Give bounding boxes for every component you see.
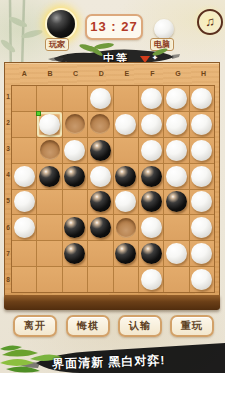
white-stone [191, 191, 212, 212]
column-label-E: E [121, 70, 133, 77]
white-stone [191, 140, 212, 161]
cell-H3[interactable] [190, 138, 214, 163]
cell-A4[interactable] [12, 164, 36, 189]
cell-A6[interactable] [12, 215, 36, 240]
cell-F3[interactable] [139, 138, 163, 163]
white-stone [166, 114, 187, 135]
leave-button[interactable]: 离开 [13, 315, 57, 337]
cell-A3[interactable] [12, 138, 36, 163]
cell-H2[interactable] [190, 112, 214, 137]
cell-F8[interactable] [139, 267, 163, 292]
black-stone [166, 191, 187, 212]
cell-C4[interactable] [63, 164, 87, 189]
cell-A5[interactable] [12, 190, 36, 215]
cell-H8[interactable] [190, 267, 214, 292]
cell-A2[interactable] [12, 112, 36, 137]
white-stone [141, 114, 162, 135]
white-stone [166, 243, 187, 264]
cell-C3[interactable] [63, 138, 87, 163]
cell-E5[interactable] [114, 190, 138, 215]
cell-F5[interactable] [139, 190, 163, 215]
sparkle-icon: ✦ [152, 54, 158, 62]
cell-D3[interactable] [88, 138, 112, 163]
game-screen: 玩家 13 : 27 电脑 ♫ 中等 ✦ [0, 0, 225, 400]
white-stone [191, 114, 212, 135]
cell-F2[interactable] [139, 112, 163, 137]
white-stone [191, 88, 212, 109]
cell-D1[interactable] [88, 86, 112, 111]
cell-A7[interactable] [12, 241, 36, 266]
cell-D7[interactable] [88, 241, 112, 266]
paper-background: 玩家 13 : 27 电脑 ♫ 中等 ✦ [0, 0, 225, 373]
cell-C7[interactable] [63, 241, 87, 266]
cell-B2[interactable] [37, 112, 61, 137]
cell-E3[interactable] [114, 138, 138, 163]
column-label-A: A [18, 70, 30, 77]
bottom-white-strip [0, 373, 225, 400]
white-stone [90, 166, 111, 187]
black-stone [90, 191, 111, 212]
legal-move-hint[interactable] [90, 114, 110, 134]
cell-A8[interactable] [12, 267, 36, 292]
cell-D6[interactable] [88, 215, 112, 240]
black-stone [64, 243, 85, 264]
cell-H1[interactable] [190, 86, 214, 111]
cell-E6[interactable] [114, 215, 138, 240]
cell-C1[interactable] [63, 86, 87, 111]
footer-banner: 界面清新 黑白对弈! [0, 341, 225, 373]
black-stone [64, 166, 85, 187]
white-stone [14, 217, 35, 238]
cell-G3[interactable] [164, 138, 188, 163]
cell-D4[interactable] [88, 164, 112, 189]
white-stone [141, 88, 162, 109]
cell-B8[interactable] [37, 267, 61, 292]
white-stone [191, 243, 212, 264]
black-stone [90, 140, 111, 161]
cell-F1[interactable] [139, 86, 163, 111]
computer-stone [154, 19, 174, 39]
white-stone [115, 191, 136, 212]
white-stone [14, 166, 35, 187]
black-stone [141, 166, 162, 187]
game-board: ABCDEFGH 12345678 [4, 62, 220, 310]
black-stone [64, 217, 85, 238]
cell-H6[interactable] [190, 215, 214, 240]
white-stone [191, 217, 212, 238]
cell-D5[interactable] [88, 190, 112, 215]
column-label-F: F [146, 70, 158, 77]
player-turn-stone [47, 10, 75, 38]
cell-B7[interactable] [37, 241, 61, 266]
column-label-B: B [44, 70, 56, 77]
music-icon[interactable]: ♫ [197, 9, 223, 35]
white-stone [191, 166, 212, 187]
cell-G8[interactable] [164, 267, 188, 292]
cell-B4[interactable] [37, 164, 61, 189]
cell-E2[interactable] [114, 112, 138, 137]
replay-button[interactable]: 重玩 [170, 315, 214, 337]
cell-B6[interactable] [37, 215, 61, 240]
white-stone [64, 140, 85, 161]
cell-F4[interactable] [139, 164, 163, 189]
cell-B5[interactable] [37, 190, 61, 215]
white-stone [90, 88, 111, 109]
cell-C2[interactable] [63, 112, 87, 137]
cell-H7[interactable] [190, 241, 214, 266]
white-stone [39, 114, 60, 135]
black-stone [115, 243, 136, 264]
cell-E4[interactable] [114, 164, 138, 189]
game-timer: 13 : 27 [85, 14, 143, 40]
column-label-D: D [95, 70, 107, 77]
white-stone [141, 217, 162, 238]
cell-D2[interactable] [88, 112, 112, 137]
cell-B3[interactable] [37, 138, 61, 163]
cell-F6[interactable] [139, 215, 163, 240]
cell-G2[interactable] [164, 112, 188, 137]
cell-D8[interactable] [88, 267, 112, 292]
undo-button[interactable]: 悔棋 [66, 315, 110, 337]
white-stone [166, 88, 187, 109]
cell-C6[interactable] [63, 215, 87, 240]
cell-H5[interactable] [190, 190, 214, 215]
cell-F7[interactable] [139, 241, 163, 266]
cell-G7[interactable] [164, 241, 188, 266]
cell-C8[interactable] [63, 267, 87, 292]
black-stone [115, 166, 136, 187]
black-stone [141, 243, 162, 264]
cell-H4[interactable] [190, 164, 214, 189]
white-stone [191, 269, 212, 290]
black-stone [141, 191, 162, 212]
white-stone [14, 191, 35, 212]
column-label-C: C [70, 70, 82, 77]
white-stone [115, 114, 136, 135]
legal-move-hint[interactable] [40, 140, 60, 160]
cell-G4[interactable] [164, 164, 188, 189]
resign-button[interactable]: 认输 [118, 315, 162, 337]
white-stone [166, 140, 187, 161]
cell-G1[interactable] [164, 86, 188, 111]
legal-move-hint[interactable] [65, 114, 85, 134]
board-grid [11, 85, 215, 293]
cell-G5[interactable] [164, 190, 188, 215]
black-stone [90, 217, 111, 238]
cell-G6[interactable] [164, 215, 188, 240]
white-stone [141, 140, 162, 161]
legal-move-hint[interactable] [116, 218, 136, 238]
board-surface: ABCDEFGH 12345678 [4, 62, 220, 296]
last-move-marker [36, 111, 41, 116]
cell-E8[interactable] [114, 267, 138, 292]
column-label-G: G [172, 70, 184, 77]
white-stone [141, 269, 162, 290]
column-label-H: H [198, 70, 210, 77]
cell-E7[interactable] [114, 241, 138, 266]
cell-E1[interactable] [114, 86, 138, 111]
cell-C5[interactable] [63, 190, 87, 215]
cell-A1[interactable] [12, 86, 36, 111]
black-stone [39, 166, 60, 187]
white-stone [166, 166, 187, 187]
board-bottom-edge [4, 295, 220, 310]
cell-B1[interactable] [37, 86, 61, 111]
